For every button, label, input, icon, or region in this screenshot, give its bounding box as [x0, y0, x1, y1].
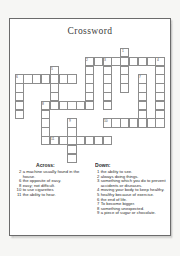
- clue-item: 11the ability to hear.: [15, 192, 91, 197]
- across-section: Across: 2a machine usually found in the …: [15, 163, 91, 197]
- cell-number: 11: [51, 137, 54, 140]
- across-clue-list: 2a machine usually found in the house.6t…: [15, 169, 91, 197]
- cell-number: 7: [139, 75, 141, 78]
- worksheet-page: Crossword 1234567891011 Across: 2a machi…: [9, 18, 171, 236]
- cell-number: 8: [42, 102, 44, 105]
- cell-number: 3: [104, 58, 106, 61]
- clue-item: 2a machine usually found in the house.: [15, 169, 91, 178]
- across-header: Across:: [36, 163, 91, 168]
- grid-cell: [103, 136, 112, 145]
- grid-cell: [15, 110, 24, 119]
- down-clue-list: 1the ability to see.2always doing things…: [93, 169, 171, 215]
- down-header: Down:: [95, 163, 171, 168]
- cell-number: 6: [16, 75, 18, 78]
- cell-number: 4: [157, 58, 159, 61]
- cell-number: 1: [122, 49, 124, 52]
- down-section: Down: 1the ability to see.2always doing …: [93, 163, 171, 216]
- clue-text: something which you do to prevent accide…: [101, 179, 172, 188]
- clue-number: 11: [15, 192, 21, 197]
- clue-number: 9: [93, 211, 99, 216]
- clue-number: 2: [15, 169, 21, 178]
- clue-text: a piece of sugar or chocolate.: [101, 211, 172, 216]
- cell-number: 10: [104, 119, 108, 122]
- clue-item: 3something which you do to prevent accid…: [93, 179, 171, 188]
- cell-number: 9: [69, 119, 71, 122]
- cell-number: 5: [51, 67, 53, 70]
- clue-item: 9a piece of sugar or chocolate.: [93, 211, 171, 216]
- grid-cell: [155, 118, 164, 127]
- grid-cell: [103, 101, 112, 110]
- clue-text: the ability to hear.: [23, 192, 91, 197]
- page-title: Crossword: [10, 26, 170, 36]
- clue-number: 3: [93, 179, 99, 188]
- grid-cell: [67, 74, 76, 83]
- clue-text: a machine usually found in the house.: [23, 169, 91, 178]
- crossword-grid: 1234567891011: [15, 48, 169, 164]
- grid-cell: [120, 83, 129, 92]
- grid-cell: [67, 154, 76, 163]
- grid-cell: [85, 101, 94, 110]
- cell-number: 2: [86, 58, 88, 61]
